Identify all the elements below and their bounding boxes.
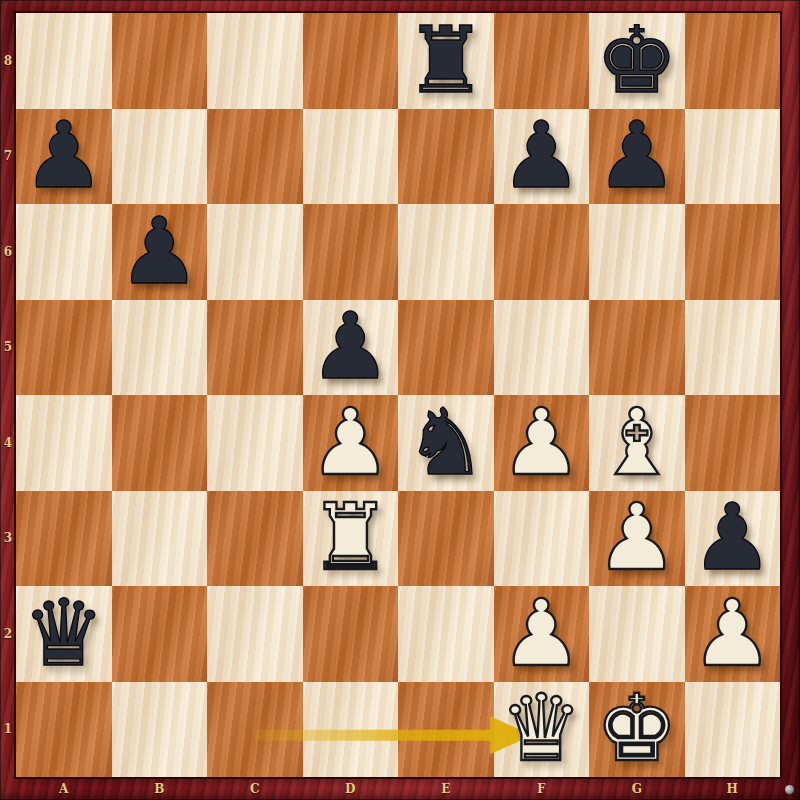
black-pawn[interactable]: ♟ bbox=[494, 109, 590, 205]
white-pawn[interactable]: ♟ bbox=[494, 395, 590, 491]
square-h1[interactable] bbox=[685, 682, 781, 778]
white-bishop[interactable]: ♝ bbox=[589, 395, 685, 491]
black-queen[interactable]: ♛ bbox=[16, 586, 112, 682]
square-b5[interactable] bbox=[112, 300, 208, 396]
square-c7[interactable] bbox=[207, 109, 303, 205]
square-b6[interactable]: ♟ bbox=[112, 204, 208, 300]
square-g6[interactable] bbox=[589, 204, 685, 300]
square-d1[interactable] bbox=[303, 682, 399, 778]
square-e6[interactable] bbox=[398, 204, 494, 300]
file-label-c: C bbox=[207, 778, 303, 800]
square-e7[interactable] bbox=[398, 109, 494, 205]
square-c3[interactable] bbox=[207, 491, 303, 587]
square-h8[interactable] bbox=[685, 13, 781, 109]
square-f2[interactable]: ♟ bbox=[494, 586, 590, 682]
square-g5[interactable] bbox=[589, 300, 685, 396]
square-f8[interactable] bbox=[494, 13, 590, 109]
square-f3[interactable] bbox=[494, 491, 590, 587]
square-d3[interactable]: ♜ bbox=[303, 491, 399, 587]
square-c2[interactable] bbox=[207, 586, 303, 682]
file-label-f: F bbox=[494, 778, 590, 800]
white-pawn[interactable]: ♟ bbox=[303, 395, 399, 491]
square-f5[interactable] bbox=[494, 300, 590, 396]
square-h6[interactable] bbox=[685, 204, 781, 300]
square-g2[interactable] bbox=[589, 586, 685, 682]
square-e2[interactable] bbox=[398, 586, 494, 682]
square-b7[interactable] bbox=[112, 109, 208, 205]
square-c1[interactable] bbox=[207, 682, 303, 778]
square-b4[interactable] bbox=[112, 395, 208, 491]
white-pawn[interactable]: ♟ bbox=[685, 586, 781, 682]
square-f7[interactable]: ♟ bbox=[494, 109, 590, 205]
rank-label-1: 1 bbox=[0, 682, 16, 778]
black-pawn[interactable]: ♟ bbox=[16, 109, 112, 205]
square-a6[interactable] bbox=[16, 204, 112, 300]
black-rook[interactable]: ♜ bbox=[398, 13, 494, 109]
square-h7[interactable] bbox=[685, 109, 781, 205]
rank-label-7: 7 bbox=[0, 109, 16, 205]
chess-board: ♜♚♟♟♟♟♟♟♞♟♝♜♟♟♛♟♟♛♚ bbox=[16, 13, 780, 777]
square-g8[interactable]: ♚ bbox=[589, 13, 685, 109]
white-rook[interactable]: ♜ bbox=[303, 491, 399, 587]
square-f6[interactable] bbox=[494, 204, 590, 300]
square-d2[interactable] bbox=[303, 586, 399, 682]
square-g7[interactable]: ♟ bbox=[589, 109, 685, 205]
square-g4[interactable]: ♝ bbox=[589, 395, 685, 491]
corner-dot bbox=[785, 785, 794, 794]
square-c8[interactable] bbox=[207, 13, 303, 109]
white-pawn[interactable]: ♟ bbox=[494, 586, 590, 682]
white-queen[interactable]: ♛ bbox=[494, 682, 590, 778]
black-king[interactable]: ♚ bbox=[589, 13, 685, 109]
square-e3[interactable] bbox=[398, 491, 494, 587]
square-c5[interactable] bbox=[207, 300, 303, 396]
file-label-e: E bbox=[398, 778, 494, 800]
file-label-g: G bbox=[589, 778, 685, 800]
square-b1[interactable] bbox=[112, 682, 208, 778]
square-c4[interactable] bbox=[207, 395, 303, 491]
square-a4[interactable] bbox=[16, 395, 112, 491]
square-d4[interactable]: ♟ bbox=[303, 395, 399, 491]
square-a5[interactable] bbox=[16, 300, 112, 396]
file-label-h: H bbox=[685, 778, 781, 800]
square-d5[interactable]: ♟ bbox=[303, 300, 399, 396]
square-h2[interactable]: ♟ bbox=[685, 586, 781, 682]
black-pawn[interactable]: ♟ bbox=[303, 300, 399, 396]
square-g1[interactable]: ♚ bbox=[589, 682, 685, 778]
rank-label-4: 4 bbox=[0, 395, 16, 491]
rank-label-3: 3 bbox=[0, 491, 16, 587]
square-c6[interactable] bbox=[207, 204, 303, 300]
square-e4[interactable]: ♞ bbox=[398, 395, 494, 491]
square-h3[interactable]: ♟ bbox=[685, 491, 781, 587]
file-label-d: D bbox=[303, 778, 399, 800]
square-h4[interactable] bbox=[685, 395, 781, 491]
file-label-b: B bbox=[112, 778, 208, 800]
square-b2[interactable] bbox=[112, 586, 208, 682]
square-g3[interactable]: ♟ bbox=[589, 491, 685, 587]
file-label-a: A bbox=[16, 778, 112, 800]
white-king[interactable]: ♚ bbox=[589, 682, 685, 778]
square-e8[interactable]: ♜ bbox=[398, 13, 494, 109]
square-e1[interactable] bbox=[398, 682, 494, 778]
white-pawn[interactable]: ♟ bbox=[589, 491, 685, 587]
square-h5[interactable] bbox=[685, 300, 781, 396]
square-f4[interactable]: ♟ bbox=[494, 395, 590, 491]
square-f1[interactable]: ♛ bbox=[494, 682, 590, 778]
rank-label-6: 6 bbox=[0, 204, 16, 300]
square-d7[interactable] bbox=[303, 109, 399, 205]
black-pawn[interactable]: ♟ bbox=[685, 491, 781, 587]
square-a3[interactable] bbox=[16, 491, 112, 587]
square-b8[interactable] bbox=[112, 13, 208, 109]
square-d8[interactable] bbox=[303, 13, 399, 109]
black-knight[interactable]: ♞ bbox=[398, 395, 494, 491]
board-frame: ♜♚♟♟♟♟♟♟♞♟♝♜♟♟♛♟♟♛♚ 87654321 ABCDEFGH bbox=[0, 0, 800, 800]
square-a1[interactable] bbox=[16, 682, 112, 778]
black-pawn[interactable]: ♟ bbox=[589, 109, 685, 205]
rank-label-2: 2 bbox=[0, 586, 16, 682]
black-pawn[interactable]: ♟ bbox=[112, 204, 208, 300]
square-b3[interactable] bbox=[112, 491, 208, 587]
square-a8[interactable] bbox=[16, 13, 112, 109]
rank-label-8: 8 bbox=[0, 13, 16, 109]
square-a2[interactable]: ♛ bbox=[16, 586, 112, 682]
rank-label-5: 5 bbox=[0, 300, 16, 396]
square-d6[interactable] bbox=[303, 204, 399, 300]
square-e5[interactable] bbox=[398, 300, 494, 396]
square-a7[interactable]: ♟ bbox=[16, 109, 112, 205]
